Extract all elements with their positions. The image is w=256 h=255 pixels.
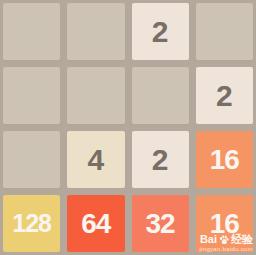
cell-r3c2-tile-4: 4: [67, 131, 124, 188]
cell-r1c4-empty: [196, 3, 253, 60]
cell-r1c1-empty: [3, 3, 60, 60]
cell-r4c3-tile-32: 32: [132, 195, 189, 252]
cell-r4c1-tile-128: 128: [3, 195, 60, 252]
cell-r4c2-tile-64: 64: [67, 195, 124, 252]
cell-r3c1-empty: [3, 131, 60, 188]
cell-r2c4-tile-2: 2: [196, 67, 253, 124]
cell-r1c2-empty: [67, 3, 124, 60]
cell-r2c3-empty: [132, 67, 189, 124]
cell-r2c1-empty: [3, 67, 60, 124]
cell-r3c3-tile-2: 2: [132, 131, 189, 188]
cell-r3c4-tile-16: 16: [196, 131, 253, 188]
cell-r1c3-tile-2: 2: [132, 3, 189, 60]
cell-r2c2-empty: [67, 67, 124, 124]
cell-r4c4-tile-16: 16: [196, 195, 253, 252]
game-board-2048: 224216128643216: [0, 0, 256, 255]
